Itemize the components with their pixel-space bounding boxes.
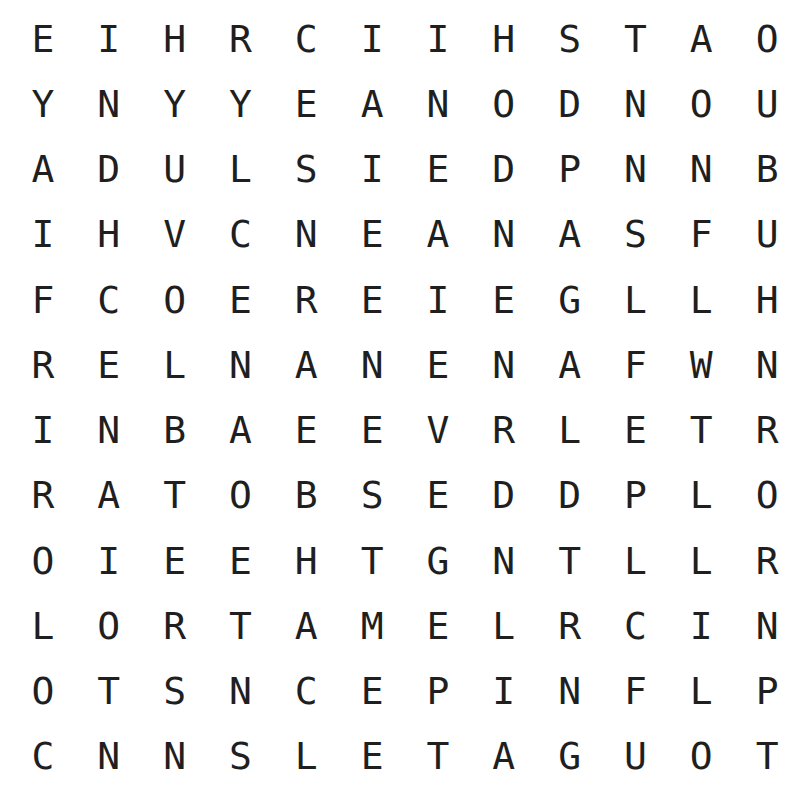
grid-cell[interactable]: L [208,137,274,202]
grid-cell[interactable]: T [339,528,405,593]
grid-cell[interactable]: H [734,267,800,332]
grid-cell[interactable]: I [76,6,142,71]
grid-cell[interactable]: N [142,724,208,789]
grid-cell[interactable]: C [76,267,142,332]
grid-cell[interactable]: E [208,267,274,332]
grid-cell[interactable]: O [668,71,734,136]
grid-cell[interactable]: A [273,593,339,658]
grid-cell[interactable]: C [208,202,274,267]
grid-cell[interactable]: T [142,463,208,528]
grid-cell[interactable]: A [273,332,339,397]
grid-cell[interactable]: N [668,137,734,202]
grid-cell[interactable]: I [405,267,471,332]
grid-cell[interactable]: U [142,137,208,202]
grid-cell[interactable]: S [603,202,669,267]
grid-cell[interactable]: I [339,6,405,71]
grid-cell[interactable]: S [273,137,339,202]
grid-cell[interactable]: L [603,528,669,593]
grid-cell[interactable]: S [142,659,208,724]
grid-cell[interactable]: F [668,202,734,267]
grid-cell[interactable]: D [471,463,537,528]
grid-cell[interactable]: P [734,659,800,724]
grid-cell[interactable]: O [734,463,800,528]
grid-cell[interactable]: D [76,137,142,202]
grid-cell[interactable]: E [405,137,471,202]
grid-cell[interactable]: A [208,398,274,463]
grid-cell[interactable]: P [603,463,669,528]
grid-cell[interactable]: W [668,332,734,397]
grid-cell[interactable]: I [668,593,734,658]
grid-cell[interactable]: T [537,528,603,593]
grid-cell[interactable]: N [76,398,142,463]
grid-cell[interactable]: T [603,6,669,71]
grid-cell[interactable]: D [471,137,537,202]
grid-cell[interactable]: G [537,724,603,789]
grid-cell[interactable]: I [76,528,142,593]
grid-cell[interactable]: O [208,463,274,528]
grid-cell[interactable]: C [603,593,669,658]
grid-cell[interactable]: P [537,137,603,202]
grid-cell[interactable]: U [734,71,800,136]
grid-cell[interactable]: L [471,593,537,658]
grid-cell[interactable]: N [273,202,339,267]
grid-cell[interactable]: A [339,71,405,136]
grid-cell[interactable]: O [471,71,537,136]
grid-cell[interactable]: A [471,724,537,789]
grid-cell[interactable]: R [734,398,800,463]
word-search-page: EIHRCIIHSTAOYNYYEANODNOUADULSIEDPNNBIHVC… [0,0,800,789]
grid-cell[interactable]: L [142,332,208,397]
grid-cell[interactable]: O [10,659,76,724]
grid-cell[interactable]: C [273,6,339,71]
grid-cell[interactable]: R [142,593,208,658]
grid-cell[interactable]: O [142,267,208,332]
grid-cell[interactable]: H [142,6,208,71]
grid-cell[interactable]: E [339,267,405,332]
grid-cell[interactable]: E [471,267,537,332]
grid-cell[interactable]: A [76,463,142,528]
grid-cell[interactable]: Y [208,71,274,136]
grid-cell[interactable]: A [537,202,603,267]
grid-cell[interactable]: B [273,463,339,528]
grid-cell[interactable]: D [537,463,603,528]
grid-cell[interactable]: E [339,202,405,267]
grid-cell[interactable]: N [339,332,405,397]
grid-cell[interactable]: P [405,659,471,724]
grid-cell[interactable]: C [273,659,339,724]
grid-cell[interactable]: E [142,528,208,593]
grid-cell[interactable]: F [603,659,669,724]
grid-cell[interactable]: E [10,6,76,71]
grid-cell[interactable]: R [537,593,603,658]
grid-cell[interactable]: E [405,463,471,528]
grid-cell[interactable]: F [603,332,669,397]
grid-cell[interactable]: I [10,202,76,267]
grid-cell[interactable]: N [76,71,142,136]
grid-cell[interactable]: E [405,332,471,397]
grid-cell[interactable]: H [273,528,339,593]
grid-cell[interactable]: S [339,463,405,528]
grid-cell[interactable]: E [273,398,339,463]
grid-cell[interactable]: N [537,659,603,724]
grid-cell[interactable]: T [208,593,274,658]
grid-cell[interactable]: B [734,137,800,202]
grid-cell[interactable]: L [668,528,734,593]
grid-cell[interactable]: V [142,202,208,267]
grid-cell[interactable]: N [603,137,669,202]
grid-cell[interactable]: O [76,593,142,658]
grid-cell[interactable]: E [339,398,405,463]
grid-cell[interactable]: Y [10,71,76,136]
grid-cell[interactable]: R [10,332,76,397]
grid-cell[interactable]: N [734,332,800,397]
grid-cell[interactable]: I [339,137,405,202]
grid-cell[interactable]: C [10,724,76,789]
grid-cell[interactable]: N [208,332,274,397]
grid-cell[interactable]: R [10,463,76,528]
grid-cell[interactable]: N [471,202,537,267]
grid-cell[interactable]: R [471,398,537,463]
grid-cell[interactable]: T [405,724,471,789]
grid-cell[interactable]: H [76,202,142,267]
grid-cell[interactable]: L [537,398,603,463]
grid-cell[interactable]: N [76,724,142,789]
grid-cell[interactable]: B [142,398,208,463]
grid-cell[interactable]: N [208,659,274,724]
grid-cell[interactable]: E [603,398,669,463]
grid-cell[interactable]: N [603,71,669,136]
grid-cell[interactable]: O [734,6,800,71]
grid-cell[interactable]: S [208,724,274,789]
grid-cell[interactable]: N [734,593,800,658]
grid-cell[interactable]: V [405,398,471,463]
grid-cell[interactable]: F [10,267,76,332]
grid-cell[interactable]: I [471,659,537,724]
grid-cell[interactable]: N [405,71,471,136]
grid-cell[interactable]: R [208,6,274,71]
grid-cell[interactable]: E [339,724,405,789]
grid-cell[interactable]: T [668,398,734,463]
grid-cell[interactable]: A [537,332,603,397]
grid-cell[interactable]: A [405,202,471,267]
grid-cell[interactable]: M [339,593,405,658]
grid-cell[interactable]: D [537,71,603,136]
grid-cell[interactable]: L [603,267,669,332]
grid-cell[interactable]: L [273,724,339,789]
grid-cell[interactable]: T [76,659,142,724]
grid-cell[interactable]: R [273,267,339,332]
grid-cell[interactable]: Y [142,71,208,136]
grid-cell[interactable]: G [405,528,471,593]
grid-cell[interactable]: G [537,267,603,332]
grid-cell[interactable]: E [339,659,405,724]
grid-cell[interactable]: E [76,332,142,397]
grid-cell[interactable]: N [471,332,537,397]
grid-cell[interactable]: R [734,528,800,593]
grid-cell[interactable]: L [10,593,76,658]
grid-cell[interactable]: E [405,593,471,658]
grid-cell[interactable]: S [537,6,603,71]
word-search-grid: EIHRCIIHSTAOYNYYEANODNOUADULSIEDPNNBIHVC… [0,0,800,789]
grid-cell[interactable]: U [603,724,669,789]
grid-cell[interactable]: I [10,398,76,463]
grid-cell[interactable]: U [734,202,800,267]
grid-cell[interactable]: E [208,528,274,593]
grid-cell[interactable]: L [668,463,734,528]
grid-cell[interactable]: O [10,528,76,593]
grid-cell[interactable]: N [471,528,537,593]
grid-cell[interactable]: L [668,267,734,332]
grid-cell[interactable]: H [471,6,537,71]
grid-cell[interactable]: L [668,659,734,724]
grid-cell[interactable]: A [668,6,734,71]
grid-cell[interactable]: I [405,6,471,71]
grid-cell[interactable]: T [734,724,800,789]
grid-cell[interactable]: O [668,724,734,789]
grid-cell[interactable]: E [273,71,339,136]
grid-cell[interactable]: A [10,137,76,202]
